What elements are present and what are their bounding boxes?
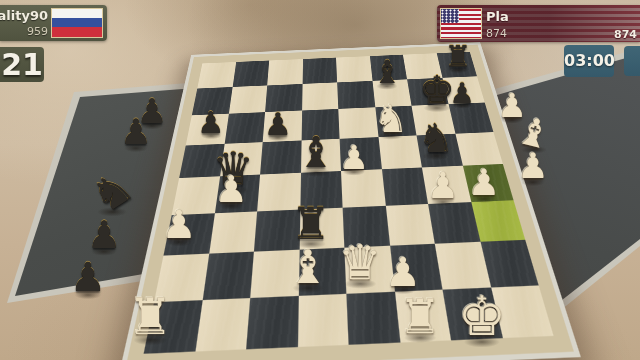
piece-black-pawn-c6[interactable]: ♟	[264, 109, 292, 140]
player-rating-right-edge: 874	[614, 28, 637, 41]
square-h5[interactable]	[455, 132, 503, 166]
square-c1[interactable]	[246, 295, 298, 349]
square-h3[interactable]	[471, 200, 526, 242]
square-b8[interactable]	[232, 61, 269, 87]
wood-grain	[381, 167, 428, 205]
wood-grain	[385, 203, 434, 245]
player-rating-right: 874	[486, 27, 507, 40]
square-b3[interactable]	[209, 211, 257, 254]
square-f4[interactable]	[381, 167, 428, 205]
piece-white-knight-f6[interactable]: ♞	[374, 100, 408, 138]
wood-grain	[202, 252, 254, 300]
wood-grain	[455, 132, 503, 166]
wood-grain	[337, 81, 375, 109]
wood-grain	[346, 291, 399, 345]
player-name-right: Pla	[486, 9, 509, 24]
piece-white-pawn-a3[interactable]: ♟	[162, 205, 197, 244]
piece-white-pawn-f2[interactable]: ♟	[385, 252, 421, 292]
wood-grain	[232, 61, 269, 87]
wood-grain	[246, 295, 298, 349]
piece-black-knight-g5[interactable]: ♞	[418, 118, 454, 158]
piece-white-queen-e2[interactable]: ♛	[338, 238, 381, 286]
piece-black-pawn-a6[interactable]: ♟	[198, 108, 225, 138]
clock-left: 21	[0, 47, 44, 82]
wood-grain	[480, 240, 539, 287]
russia-flag	[51, 8, 103, 38]
piece-black-bishop-d5[interactable]: ♝	[297, 132, 335, 174]
captured-black-pawn: ♟	[120, 115, 151, 150]
wood-grain	[195, 297, 250, 351]
piece-black-bishop-f8[interactable]: ♝	[373, 56, 402, 88]
piece-white-rook-a1[interactable]: ♜	[128, 292, 173, 342]
piece-white-bishop-d2[interactable]: ♝	[287, 244, 328, 290]
piece-white-pawn-b4[interactable]: ♟	[214, 171, 247, 208]
piece-black-pawn-h7[interactable]: ♟	[449, 80, 474, 108]
wood-grain	[302, 82, 339, 110]
piece-white-pawn-e5[interactable]: ♟	[339, 141, 369, 174]
square-b7[interactable]	[228, 85, 267, 114]
wood-grain	[297, 293, 348, 347]
wood-grain	[197, 62, 235, 88]
square-h2[interactable]	[480, 240, 539, 287]
piece-white-rook-f1[interactable]: ♜	[398, 292, 441, 340]
square-a8[interactable]	[197, 62, 235, 88]
captured-white-pawn: ♟	[517, 149, 548, 184]
captured-black-pawn: ♟	[70, 257, 106, 297]
piece-white-king-g1[interactable]: ♚	[458, 290, 506, 344]
square-d1[interactable]	[297, 293, 348, 347]
player-name-left: mality90	[0, 8, 48, 23]
clock-right: 03:00	[564, 45, 614, 77]
clock-right-extra	[624, 46, 640, 76]
square-e6[interactable]	[338, 107, 378, 138]
square-e8[interactable]	[336, 56, 372, 82]
wood-grain	[209, 211, 257, 254]
piece-white-pawn-h4[interactable]: ♟	[468, 165, 500, 201]
wood-grain	[267, 59, 302, 85]
square-d8[interactable]	[302, 58, 337, 84]
captured-black-pawn: ♟	[87, 216, 121, 254]
square-c8[interactable]	[267, 59, 302, 85]
wood-grain	[224, 112, 265, 143]
wood-grain	[338, 107, 378, 138]
square-f3[interactable]	[385, 203, 434, 245]
usa-flag	[440, 8, 482, 39]
usa-flag-canton	[441, 9, 459, 23]
wood-grain	[228, 85, 267, 114]
square-b6[interactable]	[224, 112, 265, 143]
piece-white-pawn-g4[interactable]: ♟	[427, 168, 459, 204]
wood-grain	[302, 58, 337, 84]
player-panel-left: mality90 959	[0, 5, 107, 41]
wood-grain	[336, 56, 372, 82]
square-e1[interactable]	[346, 291, 399, 345]
wood-grain	[260, 140, 301, 174]
square-d7[interactable]	[302, 82, 339, 110]
square-e7[interactable]	[337, 81, 375, 109]
square-c5[interactable]	[260, 140, 301, 174]
square-b2[interactable]	[202, 252, 254, 300]
player-panel-right: Pla 874 874	[437, 5, 640, 42]
square-b1[interactable]	[195, 297, 250, 351]
player-rating-left: 959	[27, 25, 48, 38]
wood-grain	[471, 200, 526, 242]
